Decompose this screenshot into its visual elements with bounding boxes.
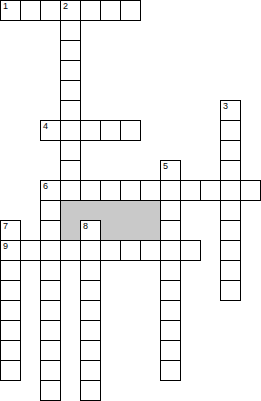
cell-r12c7[interactable] <box>140 240 161 261</box>
cell-r3c3[interactable] <box>60 60 81 81</box>
cell-r18c8[interactable] <box>160 360 181 381</box>
cell-r16c4[interactable] <box>80 320 101 341</box>
cell-r15c4[interactable] <box>80 300 101 321</box>
cell-r7c3[interactable] <box>60 140 81 161</box>
cell-r7c11[interactable] <box>220 140 241 161</box>
cell-r9c11[interactable] <box>220 180 241 201</box>
cell-r11c2[interactable] <box>40 220 61 241</box>
cell-r12c8[interactable] <box>160 240 181 261</box>
cell-r17c2[interactable] <box>40 340 61 361</box>
cell-r19c4[interactable] <box>80 380 101 401</box>
clue-number-1: 1 <box>3 1 8 11</box>
clue-number-8: 8 <box>83 221 88 231</box>
clue-number-6: 6 <box>43 181 48 191</box>
cell-r12c4[interactable] <box>80 240 101 261</box>
cell-r16c0[interactable] <box>0 320 21 341</box>
cell-r18c0[interactable] <box>0 360 21 381</box>
cell-r17c4[interactable] <box>80 340 101 361</box>
cell-r15c2[interactable] <box>40 300 61 321</box>
cell-r0c2[interactable] <box>40 0 61 21</box>
cell-r13c8[interactable] <box>160 260 181 281</box>
cell-r9c6[interactable] <box>120 180 141 201</box>
cell-r0c6[interactable] <box>120 0 141 21</box>
cell-r12c5[interactable] <box>100 240 121 261</box>
cell-r6c5[interactable] <box>100 120 121 141</box>
cell-r8c8[interactable]: 5 <box>160 160 181 181</box>
cell-r10c8[interactable] <box>160 200 181 221</box>
cell-r11c11[interactable] <box>220 220 241 241</box>
cell-r1c3[interactable] <box>60 20 81 41</box>
cell-r12c6[interactable] <box>120 240 141 261</box>
cell-r2c3[interactable] <box>60 40 81 61</box>
cell-r13c11[interactable] <box>220 260 241 281</box>
cell-r6c6[interactable] <box>120 120 141 141</box>
cell-r9c9[interactable] <box>180 180 201 201</box>
cell-r11c0[interactable]: 7 <box>0 220 21 241</box>
cell-r16c8[interactable] <box>160 320 181 341</box>
cell-r9c8[interactable] <box>160 180 181 201</box>
cell-r6c11[interactable] <box>220 120 241 141</box>
cell-r10c11[interactable] <box>220 200 241 221</box>
cell-r14c11[interactable] <box>220 280 241 301</box>
clue-number-5: 5 <box>163 161 168 171</box>
cell-r9c7[interactable] <box>140 180 161 201</box>
cell-r11c4[interactable]: 8 <box>80 220 101 241</box>
cell-r18c2[interactable] <box>40 360 61 381</box>
cell-r12c3[interactable] <box>60 240 81 261</box>
crossword-board: 123456789 <box>0 0 261 401</box>
cell-r0c5[interactable] <box>100 0 121 21</box>
clue-number-9: 9 <box>3 241 8 251</box>
cell-r6c3[interactable] <box>60 120 81 141</box>
cell-r16c2[interactable] <box>40 320 61 341</box>
cell-r13c0[interactable] <box>0 260 21 281</box>
cell-r6c4[interactable] <box>80 120 101 141</box>
cell-r5c3[interactable] <box>60 100 81 121</box>
cell-r11c8[interactable] <box>160 220 181 241</box>
cell-r9c3[interactable] <box>60 180 81 201</box>
cell-r9c4[interactable] <box>80 180 101 201</box>
cell-r17c0[interactable] <box>0 340 21 361</box>
cell-r0c0[interactable]: 1 <box>0 0 21 21</box>
cell-r14c0[interactable] <box>0 280 21 301</box>
cell-r4c3[interactable] <box>60 80 81 101</box>
cell-r9c10[interactable] <box>200 180 221 201</box>
cell-r10c2[interactable] <box>40 200 61 221</box>
cell-r13c4[interactable] <box>80 260 101 281</box>
cell-r15c8[interactable] <box>160 300 181 321</box>
clue-number-2: 2 <box>63 1 68 11</box>
cell-r17c8[interactable] <box>160 340 181 361</box>
cell-r9c5[interactable] <box>100 180 121 201</box>
cell-r9c2[interactable]: 6 <box>40 180 61 201</box>
cell-r12c11[interactable] <box>220 240 241 261</box>
cell-r12c1[interactable] <box>20 240 41 261</box>
cell-r12c9[interactable] <box>180 240 201 261</box>
clue-number-4: 4 <box>43 121 48 131</box>
cell-r19c2[interactable] <box>40 380 61 401</box>
cell-r9c12[interactable] <box>240 180 261 201</box>
cell-r8c3[interactable] <box>60 160 81 181</box>
cell-r12c2[interactable] <box>40 240 61 261</box>
shaded-block <box>60 200 161 241</box>
cell-r14c2[interactable] <box>40 280 61 301</box>
clue-number-3: 3 <box>223 101 228 111</box>
cell-r8c11[interactable] <box>220 160 241 181</box>
cell-r6c2[interactable]: 4 <box>40 120 61 141</box>
cell-r13c2[interactable] <box>40 260 61 281</box>
cell-r14c8[interactable] <box>160 280 181 301</box>
clue-number-7: 7 <box>3 221 8 231</box>
cell-r18c4[interactable] <box>80 360 101 381</box>
cell-r0c4[interactable] <box>80 0 101 21</box>
cell-r14c4[interactable] <box>80 280 101 301</box>
cell-r0c1[interactable] <box>20 0 41 21</box>
cell-r5c11[interactable]: 3 <box>220 100 241 121</box>
cell-r12c0[interactable]: 9 <box>0 240 21 261</box>
cell-r0c3[interactable]: 2 <box>60 0 81 21</box>
cell-r15c0[interactable] <box>0 300 21 321</box>
